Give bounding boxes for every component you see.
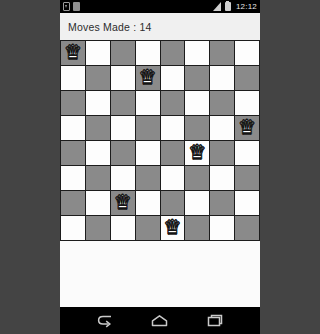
white-queen-piece: ♛ (188, 142, 206, 162)
moves-counter-label: Moves Made : 14 (68, 21, 152, 33)
board-square[interactable] (210, 191, 234, 215)
board-square[interactable]: ♛ (235, 116, 259, 140)
board-square[interactable] (61, 91, 85, 115)
back-button[interactable] (96, 313, 114, 328)
storage-notification-icon (73, 2, 80, 11)
board-square[interactable] (61, 141, 85, 165)
board-square[interactable] (185, 91, 209, 115)
board-square[interactable] (61, 166, 85, 190)
board-square[interactable] (86, 191, 110, 215)
board-square[interactable] (210, 141, 234, 165)
signal-icon (213, 2, 221, 11)
board-square[interactable]: ♛ (185, 141, 209, 165)
status-bar: 12:12 (60, 0, 260, 13)
board-square[interactable] (210, 116, 234, 140)
board-square[interactable] (111, 41, 135, 65)
board-square[interactable] (210, 66, 234, 90)
board-square[interactable] (61, 191, 85, 215)
download-notification-icon (63, 2, 70, 11)
board-square[interactable] (161, 141, 185, 165)
board-square[interactable] (161, 41, 185, 65)
board-square[interactable] (210, 41, 234, 65)
board-square[interactable] (86, 166, 110, 190)
home-icon (150, 313, 169, 328)
board-square[interactable] (136, 191, 160, 215)
board-square[interactable] (86, 41, 110, 65)
status-bar-system: 12:12 (213, 2, 257, 11)
moves-counter-bar: Moves Made : 14 (60, 13, 260, 40)
board-square[interactable] (86, 141, 110, 165)
recents-button[interactable] (206, 313, 224, 328)
board-square[interactable] (210, 91, 234, 115)
board-square[interactable] (111, 141, 135, 165)
board-square[interactable] (86, 216, 110, 240)
recents-icon (206, 313, 224, 328)
board-square[interactable] (111, 216, 135, 240)
back-icon (96, 313, 114, 328)
board-square[interactable] (185, 216, 209, 240)
board-square[interactable] (136, 41, 160, 65)
blank-area (60, 241, 260, 307)
white-queen-piece: ♛ (139, 67, 157, 87)
board-square[interactable] (136, 141, 160, 165)
board-square[interactable] (235, 191, 259, 215)
board-square[interactable] (61, 216, 85, 240)
home-button[interactable] (150, 313, 169, 328)
chess-board[interactable]: ♛♛♛♛♛♛ (60, 40, 260, 241)
board-square[interactable] (136, 91, 160, 115)
board-square[interactable] (185, 116, 209, 140)
board-square[interactable] (86, 66, 110, 90)
board-square[interactable] (61, 66, 85, 90)
board-square[interactable] (86, 116, 110, 140)
board-square[interactable] (161, 66, 185, 90)
board-square[interactable] (235, 41, 259, 65)
board-square[interactable] (86, 91, 110, 115)
board-square[interactable] (235, 166, 259, 190)
board-square[interactable] (185, 166, 209, 190)
board-square[interactable] (136, 216, 160, 240)
board-square[interactable] (185, 191, 209, 215)
board-square[interactable] (111, 91, 135, 115)
board-square[interactable] (61, 116, 85, 140)
board-square[interactable] (185, 66, 209, 90)
white-queen-piece: ♛ (163, 217, 181, 237)
board-square[interactable] (235, 91, 259, 115)
board-square[interactable]: ♛ (61, 41, 85, 65)
board-square[interactable] (210, 216, 234, 240)
board-square[interactable] (111, 116, 135, 140)
board-square[interactable] (136, 166, 160, 190)
white-queen-piece: ♛ (114, 192, 132, 212)
board-square[interactable] (235, 66, 259, 90)
board-square[interactable] (235, 141, 259, 165)
board-square[interactable] (111, 166, 135, 190)
battery-icon (225, 2, 231, 11)
white-queen-piece: ♛ (64, 42, 82, 62)
board-square[interactable]: ♛ (136, 66, 160, 90)
board-square[interactable] (161, 116, 185, 140)
status-bar-notifications (63, 2, 213, 11)
app-screen: 12:12 Moves Made : 14 ♛♛♛♛♛♛ (60, 0, 260, 334)
android-nav-bar (60, 307, 260, 334)
board-square[interactable]: ♛ (161, 216, 185, 240)
board-square[interactable]: ♛ (111, 191, 135, 215)
board-square[interactable] (161, 166, 185, 190)
board-square[interactable] (235, 216, 259, 240)
board-square[interactable] (136, 116, 160, 140)
board-square[interactable] (161, 191, 185, 215)
board-square[interactable] (161, 91, 185, 115)
clock: 12:12 (236, 2, 257, 11)
board-square[interactable] (185, 41, 209, 65)
board-square[interactable] (210, 166, 234, 190)
board-square[interactable] (111, 66, 135, 90)
white-queen-piece: ♛ (238, 117, 256, 137)
